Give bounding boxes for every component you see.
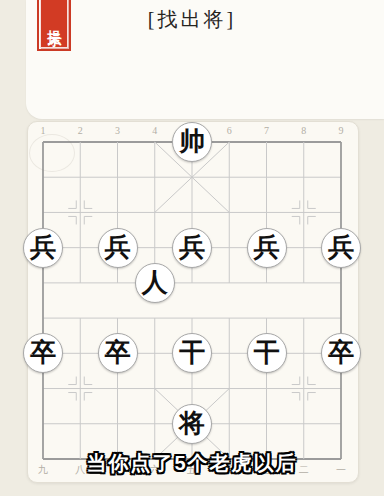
piece-gan-fake-soldier[interactable]: 干 bbox=[247, 333, 287, 373]
app-screen: 提示 [找出将] 123456789 九八七六五四三二一 帅兵兵兵兵兵人卒卒干干… bbox=[0, 0, 384, 496]
top-column-label-7: 7 bbox=[257, 125, 277, 137]
piece-jiang-general-black[interactable]: 将 bbox=[172, 404, 212, 444]
top-column-label-4: 4 bbox=[145, 125, 165, 137]
top-column-label-2: 2 bbox=[70, 125, 90, 137]
piece-bing-soldier[interactable]: 兵 bbox=[172, 228, 212, 268]
piece-shuai-general-red[interactable]: 帅 bbox=[172, 122, 212, 162]
top-column-label-3: 3 bbox=[108, 125, 128, 137]
piece-bing-soldier[interactable]: 兵 bbox=[247, 228, 287, 268]
piece-bing-soldier[interactable]: 兵 bbox=[98, 228, 138, 268]
piece-ren-person[interactable]: 人 bbox=[135, 263, 175, 303]
ghost-circle bbox=[29, 134, 75, 172]
subtitle-caption: 当你点了5个老虎以后 bbox=[0, 450, 384, 477]
top-column-label-6: 6 bbox=[219, 125, 239, 137]
top-column-label-9: 9 bbox=[331, 125, 351, 137]
piece-bing-soldier[interactable]: 兵 bbox=[23, 228, 63, 268]
page-title: [找出将] bbox=[0, 6, 384, 33]
piece-bing-soldier[interactable]: 兵 bbox=[321, 228, 361, 268]
top-column-label-1: 1 bbox=[33, 125, 53, 137]
piece-zu-soldier[interactable]: 卒 bbox=[98, 333, 138, 373]
top-column-label-8: 8 bbox=[294, 125, 314, 137]
